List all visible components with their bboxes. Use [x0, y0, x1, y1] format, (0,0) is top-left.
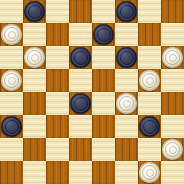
checker-dark-man[interactable] — [70, 47, 91, 68]
square-d5[interactable] — [69, 69, 92, 92]
square-g6[interactable] — [138, 46, 161, 69]
square-a3[interactable] — [0, 115, 23, 138]
square-h5[interactable] — [161, 69, 184, 92]
checker-dark-man[interactable] — [70, 93, 91, 114]
square-b4[interactable] — [23, 92, 46, 115]
square-d4[interactable] — [69, 92, 92, 115]
square-e2[interactable] — [92, 138, 115, 161]
checker-dark-man[interactable] — [116, 1, 137, 22]
square-c6[interactable] — [46, 46, 69, 69]
square-h2[interactable] — [161, 138, 184, 161]
square-g5[interactable] — [138, 69, 161, 92]
checker-light-man[interactable] — [1, 24, 22, 45]
square-f5[interactable] — [115, 69, 138, 92]
square-f8[interactable] — [115, 0, 138, 23]
square-c1[interactable] — [46, 161, 69, 184]
square-e6[interactable] — [92, 46, 115, 69]
square-b6[interactable] — [23, 46, 46, 69]
square-a8[interactable] — [0, 0, 23, 23]
square-h1[interactable] — [161, 161, 184, 184]
square-f7[interactable] — [115, 23, 138, 46]
checker-light-man[interactable] — [139, 162, 160, 183]
square-c5[interactable] — [46, 69, 69, 92]
square-a2[interactable] — [0, 138, 23, 161]
square-g2[interactable] — [138, 138, 161, 161]
square-h8[interactable] — [161, 0, 184, 23]
square-a7[interactable] — [0, 23, 23, 46]
square-h7[interactable] — [161, 23, 184, 46]
square-d1[interactable] — [69, 161, 92, 184]
square-e7[interactable] — [92, 23, 115, 46]
square-f2[interactable] — [115, 138, 138, 161]
square-e8[interactable] — [92, 0, 115, 23]
square-a5[interactable] — [0, 69, 23, 92]
square-c2[interactable] — [46, 138, 69, 161]
checker-light-man[interactable] — [162, 139, 183, 160]
checker-dark-man[interactable] — [116, 47, 137, 68]
square-a1[interactable] — [0, 161, 23, 184]
square-d8[interactable] — [69, 0, 92, 23]
square-f4[interactable] — [115, 92, 138, 115]
square-h6[interactable] — [161, 46, 184, 69]
square-c8[interactable] — [46, 0, 69, 23]
square-d7[interactable] — [69, 23, 92, 46]
square-d6[interactable] — [69, 46, 92, 69]
square-b8[interactable] — [23, 0, 46, 23]
square-d2[interactable] — [69, 138, 92, 161]
square-e5[interactable] — [92, 69, 115, 92]
square-f6[interactable] — [115, 46, 138, 69]
square-a6[interactable] — [0, 46, 23, 69]
square-c3[interactable] — [46, 115, 69, 138]
square-a4[interactable] — [0, 92, 23, 115]
square-g8[interactable] — [138, 0, 161, 23]
square-b7[interactable] — [23, 23, 46, 46]
square-g7[interactable] — [138, 23, 161, 46]
square-d3[interactable] — [69, 115, 92, 138]
square-b3[interactable] — [23, 115, 46, 138]
square-b5[interactable] — [23, 69, 46, 92]
square-b2[interactable] — [23, 138, 46, 161]
square-f3[interactable] — [115, 115, 138, 138]
checker-light-man[interactable] — [116, 93, 137, 114]
checker-light-man[interactable] — [162, 47, 183, 68]
square-e3[interactable] — [92, 115, 115, 138]
checker-light-man[interactable] — [139, 70, 160, 91]
square-h4[interactable] — [161, 92, 184, 115]
square-e4[interactable] — [92, 92, 115, 115]
checker-dark-man[interactable] — [139, 116, 160, 137]
checkers-board — [0, 0, 184, 184]
square-g4[interactable] — [138, 92, 161, 115]
checker-dark-man[interactable] — [93, 24, 114, 45]
checker-light-man[interactable] — [24, 47, 45, 68]
square-b1[interactable] — [23, 161, 46, 184]
square-f1[interactable] — [115, 161, 138, 184]
checker-dark-man[interactable] — [24, 1, 45, 22]
square-c7[interactable] — [46, 23, 69, 46]
checker-light-man[interactable] — [1, 70, 22, 91]
square-g3[interactable] — [138, 115, 161, 138]
square-h3[interactable] — [161, 115, 184, 138]
square-c4[interactable] — [46, 92, 69, 115]
square-g1[interactable] — [138, 161, 161, 184]
square-e1[interactable] — [92, 161, 115, 184]
checker-dark-man[interactable] — [1, 116, 22, 137]
